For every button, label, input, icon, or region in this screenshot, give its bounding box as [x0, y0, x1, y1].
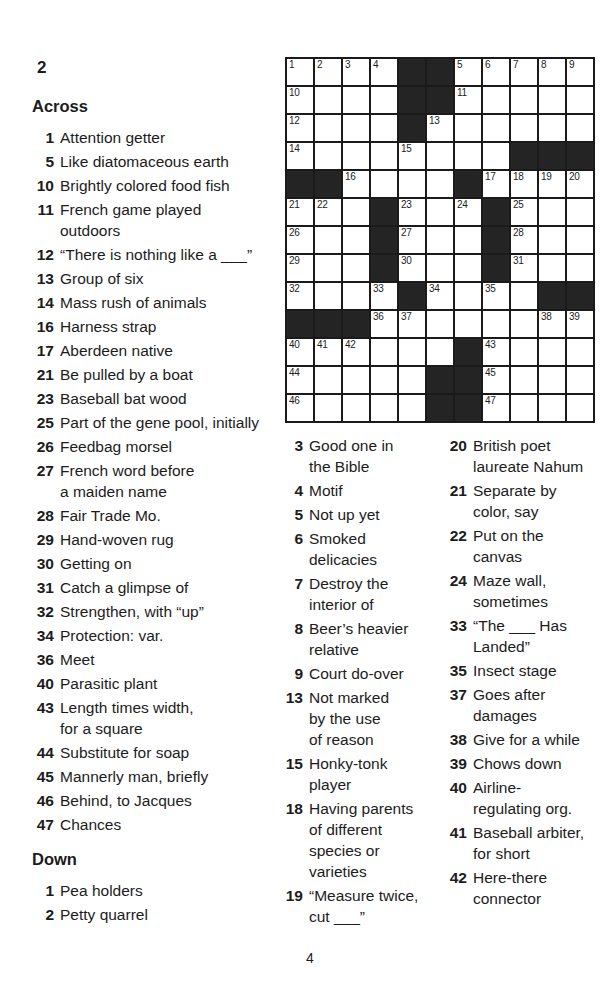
white-cell: [343, 255, 369, 281]
clue-across-11: 11French game played outdoors: [32, 199, 288, 241]
clue-number: 39: [445, 753, 467, 774]
white-cell: 22: [315, 199, 341, 225]
cell-number: 38: [541, 312, 552, 322]
clue-text: Beer’s heavier relative: [309, 618, 408, 660]
black-cell: [315, 171, 341, 197]
cell-number: 26: [289, 228, 300, 238]
clue-across-26: 26Feedbag morsel: [32, 436, 288, 457]
clue-across-10: 10Brightly colored food fish: [32, 175, 288, 196]
cell-number: 12: [289, 116, 300, 126]
white-cell: [483, 143, 509, 169]
white-cell: [483, 115, 509, 141]
cell-number: 34: [429, 284, 440, 294]
clue-number: 46: [32, 790, 54, 811]
clue-down-42: 42Here-there connector: [445, 867, 597, 909]
clue-number: 4: [281, 480, 303, 501]
black-cell: [343, 311, 369, 337]
white-cell: 24: [455, 199, 481, 225]
white-cell: [539, 395, 565, 421]
white-cell: [315, 395, 341, 421]
clue-number: 11: [32, 199, 54, 241]
cell-number: 45: [485, 368, 496, 378]
clue-across-32: 32Strengthen, with “up”: [32, 601, 288, 622]
clue-down-3: 3Good one in the Bible: [281, 435, 441, 477]
cell-number: 30: [401, 256, 412, 266]
clue-text: Here-there connector: [473, 867, 547, 909]
white-cell: 20: [567, 171, 593, 197]
clue-text: Like diatomaceous earth: [60, 151, 229, 172]
clue-number: 3: [281, 435, 303, 477]
crossword-page: 2 12345678910111213141516171819202122232…: [0, 0, 600, 985]
clue-down-21: 21Separate by color, say: [445, 480, 597, 522]
clue-down-38: 38Give for a while: [445, 729, 597, 750]
black-cell: [399, 59, 425, 85]
cell-number: 46: [289, 396, 300, 406]
white-cell: [567, 87, 593, 113]
white-cell: [427, 227, 453, 253]
clue-number: 19: [281, 885, 303, 927]
white-cell: [343, 227, 369, 253]
clue-across-16: 16Harness strap: [32, 316, 288, 337]
clue-across-1: 1Attention getter: [32, 127, 288, 148]
cell-number: 24: [457, 200, 468, 210]
clue-number: 20: [445, 435, 467, 477]
white-cell: [511, 87, 537, 113]
clue-down-37: 37Goes after damages: [445, 684, 597, 726]
cell-number: 35: [485, 284, 496, 294]
clue-text: “Measure twice, cut ___”: [309, 885, 418, 927]
clue-down-4: 4Motif: [281, 480, 441, 501]
cell-number: 7: [513, 60, 518, 70]
crossword-grid: 1234567891011121314151617181920212223242…: [285, 57, 595, 423]
clue-number: 8: [281, 618, 303, 660]
clue-number: 21: [445, 480, 467, 522]
white-cell: [315, 227, 341, 253]
clue-number: 13: [281, 687, 303, 750]
clue-text: Aberdeen native: [60, 340, 173, 361]
clue-number: 17: [32, 340, 54, 361]
white-cell: [427, 339, 453, 365]
white-cell: 8: [539, 59, 565, 85]
cell-number: 28: [513, 228, 524, 238]
white-cell: [483, 87, 509, 113]
clue-text: Baseball bat wood: [60, 388, 187, 409]
white-cell: 25: [511, 199, 537, 225]
black-cell: [511, 143, 537, 169]
clue-text: Give for a while: [473, 729, 580, 750]
white-cell: [511, 283, 537, 309]
clue-text: Good one in the Bible: [309, 435, 393, 477]
white-cell: [343, 115, 369, 141]
clue-number: 1: [32, 127, 54, 148]
cell-number: 39: [569, 312, 580, 322]
clue-number: 22: [445, 525, 467, 567]
white-cell: [371, 87, 397, 113]
white-cell: 32: [287, 283, 313, 309]
white-cell: 21: [287, 199, 313, 225]
clue-across-21: 21Be pulled by a boat: [32, 364, 288, 385]
across-clues-list: 1Attention getter5Like diatomaceous eart…: [32, 127, 288, 835]
white-cell: [315, 367, 341, 393]
white-cell: 18: [511, 171, 537, 197]
clue-number: 40: [445, 777, 467, 819]
clue-number: 2: [32, 904, 54, 925]
clue-across-17: 17Aberdeen native: [32, 340, 288, 361]
clue-number: 47: [32, 814, 54, 835]
clue-text: Parasitic plant: [60, 673, 157, 694]
cell-number: 5: [457, 60, 462, 70]
white-cell: [455, 143, 481, 169]
clue-number: 15: [281, 753, 303, 795]
white-cell: [511, 311, 537, 337]
clue-across-36: 36Meet: [32, 649, 288, 670]
white-cell: [343, 87, 369, 113]
cell-number: 43: [485, 340, 496, 350]
cell-number: 11: [457, 88, 467, 98]
white-cell: 10: [287, 87, 313, 113]
white-cell: [371, 395, 397, 421]
clues-column-middle: 3Good one in the Bible4Motif5Not up yet6…: [281, 435, 441, 930]
clue-text: Insect stage: [473, 660, 557, 681]
white-cell: [315, 115, 341, 141]
clue-number: 26: [32, 436, 54, 457]
cell-number: 29: [289, 256, 300, 266]
clue-text: Chows down: [473, 753, 562, 774]
white-cell: [427, 255, 453, 281]
clue-across-28: 28Fair Trade Mo.: [32, 505, 288, 526]
white-cell: [567, 367, 593, 393]
white-cell: [539, 255, 565, 281]
black-cell: [427, 395, 453, 421]
cell-number: 3: [345, 60, 350, 70]
clue-number: 29: [32, 529, 54, 550]
cell-number: 31: [513, 256, 524, 266]
clue-down-41: 41Baseball arbiter, for short: [445, 822, 597, 864]
white-cell: 14: [287, 143, 313, 169]
clue-text: Separate by color, say: [473, 480, 557, 522]
white-cell: [511, 115, 537, 141]
white-cell: 36: [371, 311, 397, 337]
white-cell: [511, 339, 537, 365]
cell-number: 19: [541, 172, 552, 182]
clue-text: Getting on: [60, 553, 132, 574]
white-cell: [343, 395, 369, 421]
clue-number: 31: [32, 577, 54, 598]
cell-number: 13: [429, 116, 440, 126]
clue-text: Motif: [309, 480, 343, 501]
white-cell: 30: [399, 255, 425, 281]
white-cell: [343, 283, 369, 309]
clue-number: 36: [32, 649, 54, 670]
clue-text: Court do-over: [309, 663, 404, 684]
clue-number: 41: [445, 822, 467, 864]
white-cell: 4: [371, 59, 397, 85]
white-cell: 1: [287, 59, 313, 85]
cell-number: 47: [485, 396, 496, 406]
clue-number: 42: [445, 867, 467, 909]
clue-across-25: 25Part of the gene pool, initially: [32, 412, 288, 433]
clue-text: Honky-tonk player: [309, 753, 387, 795]
white-cell: [567, 115, 593, 141]
white-cell: [315, 87, 341, 113]
down-header: Down: [32, 849, 288, 870]
clue-text: “There is nothing like a ___”: [60, 244, 252, 265]
black-cell: [483, 227, 509, 253]
white-cell: 16: [343, 171, 369, 197]
black-cell: [483, 255, 509, 281]
clue-number: 12: [32, 244, 54, 265]
clue-number: 5: [32, 151, 54, 172]
cell-number: 10: [289, 88, 300, 98]
cell-number: 14: [289, 144, 300, 154]
clue-text: French word before a maiden name: [60, 460, 194, 502]
clue-down-15: 15Honky-tonk player: [281, 753, 441, 795]
black-cell: [427, 59, 453, 85]
cell-number: 6: [485, 60, 490, 70]
white-cell: 34: [427, 283, 453, 309]
cell-number: 42: [345, 340, 356, 350]
clue-down-7: 7Destroy the interior of: [281, 573, 441, 615]
white-cell: [539, 115, 565, 141]
white-cell: [539, 339, 565, 365]
black-cell: [427, 87, 453, 113]
cell-number: 32: [289, 284, 300, 294]
white-cell: 38: [539, 311, 565, 337]
cell-number: 15: [401, 144, 412, 154]
white-cell: [567, 395, 593, 421]
clue-text: Having parents of different species or v…: [309, 798, 413, 882]
clue-number: 23: [32, 388, 54, 409]
white-cell: [455, 311, 481, 337]
white-cell: [399, 171, 425, 197]
clue-text: French game played outdoors: [60, 199, 201, 241]
clue-text: British poet laureate Nahum: [473, 435, 583, 477]
white-cell: 33: [371, 283, 397, 309]
white-cell: 40: [287, 339, 313, 365]
clue-number: 5: [281, 504, 303, 525]
clue-down-35: 35Insect stage: [445, 660, 597, 681]
white-cell: 15: [399, 143, 425, 169]
clue-text: Chances: [60, 814, 121, 835]
clue-text: Substitute for soap: [60, 742, 189, 763]
white-cell: [399, 395, 425, 421]
clue-number: 40: [32, 673, 54, 694]
cell-number: 2: [317, 60, 322, 70]
cell-number: 9: [569, 60, 574, 70]
white-cell: 17: [483, 171, 509, 197]
white-cell: 11: [455, 87, 481, 113]
cell-number: 41: [317, 340, 328, 350]
white-cell: [371, 115, 397, 141]
clue-across-5: 5Like diatomaceous earth: [32, 151, 288, 172]
clue-across-13: 13Group of six: [32, 268, 288, 289]
clue-number: 1: [32, 880, 54, 901]
white-cell: 41: [315, 339, 341, 365]
clue-number: 43: [32, 697, 54, 739]
white-cell: [371, 367, 397, 393]
cell-number: 18: [513, 172, 524, 182]
cell-number: 4: [373, 60, 378, 70]
white-cell: [483, 311, 509, 337]
white-cell: 2: [315, 59, 341, 85]
clue-text: Goes after damages: [473, 684, 545, 726]
white-cell: 7: [511, 59, 537, 85]
white-cell: 3: [343, 59, 369, 85]
cell-number: 36: [373, 312, 384, 322]
clue-number: 28: [32, 505, 54, 526]
white-cell: [539, 199, 565, 225]
clue-number: 27: [32, 460, 54, 502]
page-number-bottom: 4: [0, 950, 600, 966]
cell-number: 37: [401, 312, 412, 322]
clue-text: Not up yet: [309, 504, 380, 525]
clue-across-45: 45Mannerly man, briefly: [32, 766, 288, 787]
white-cell: [567, 339, 593, 365]
white-cell: 27: [399, 227, 425, 253]
across-header: Across: [32, 96, 288, 117]
clue-text: Catch a glimpse of: [60, 577, 188, 598]
white-cell: [371, 339, 397, 365]
white-cell: 37: [399, 311, 425, 337]
white-cell: 43: [483, 339, 509, 365]
white-cell: [371, 143, 397, 169]
clues-column-right: 20British poet laureate Nahum21Separate …: [445, 435, 597, 912]
clue-number: 44: [32, 742, 54, 763]
clue-number: 30: [32, 553, 54, 574]
white-cell: [539, 367, 565, 393]
white-cell: [427, 143, 453, 169]
clue-text: Brightly colored food fish: [60, 175, 230, 196]
clue-number: 34: [32, 625, 54, 646]
white-cell: 9: [567, 59, 593, 85]
white-cell: [427, 171, 453, 197]
white-cell: [427, 199, 453, 225]
clue-across-47: 47Chances: [32, 814, 288, 835]
clue-number: 7: [281, 573, 303, 615]
white-cell: 29: [287, 255, 313, 281]
clue-down-5: 5Not up yet: [281, 504, 441, 525]
clue-text: Length times width, for a square: [60, 697, 194, 739]
clue-number: 21: [32, 364, 54, 385]
clue-text: Baseball arbiter, for short: [473, 822, 584, 864]
black-cell: [455, 171, 481, 197]
white-cell: [455, 255, 481, 281]
clue-down-40: 40Airline- regulating org.: [445, 777, 597, 819]
white-cell: [399, 339, 425, 365]
black-cell: [287, 171, 313, 197]
clue-text: Be pulled by a boat: [60, 364, 193, 385]
clue-across-14: 14Mass rush of animals: [32, 292, 288, 313]
cell-number: 23: [401, 200, 412, 210]
clue-down-39: 39Chows down: [445, 753, 597, 774]
clue-number: 25: [32, 412, 54, 433]
white-cell: [567, 227, 593, 253]
clue-number: 10: [32, 175, 54, 196]
clue-text: Petty quarrel: [60, 904, 148, 925]
white-cell: [511, 395, 537, 421]
cell-number: 22: [317, 200, 328, 210]
clue-across-40: 40Parasitic plant: [32, 673, 288, 694]
clue-text: Fair Trade Mo.: [60, 505, 161, 526]
clue-down-6: 6Smoked delicacies: [281, 528, 441, 570]
clue-across-34: 34Protection: var.: [32, 625, 288, 646]
black-cell: [483, 199, 509, 225]
black-cell: [371, 199, 397, 225]
clue-number: 18: [281, 798, 303, 882]
white-cell: 19: [539, 171, 565, 197]
white-cell: 28: [511, 227, 537, 253]
white-cell: [343, 143, 369, 169]
clue-down-1: 1Pea holders: [32, 880, 288, 901]
black-cell: [455, 367, 481, 393]
cell-number: 1: [289, 60, 294, 70]
cell-number: 16: [345, 172, 356, 182]
clue-text: Mannerly man, briefly: [60, 766, 208, 787]
clue-across-46: 46Behind, to Jacques: [32, 790, 288, 811]
black-cell: [539, 143, 565, 169]
clue-text: Pea holders: [60, 880, 143, 901]
cell-number: 25: [513, 200, 524, 210]
clue-number: 38: [445, 729, 467, 750]
white-cell: [455, 115, 481, 141]
clue-across-44: 44Substitute for soap: [32, 742, 288, 763]
white-cell: [343, 367, 369, 393]
clue-number: 24: [445, 570, 467, 612]
black-cell: [287, 311, 313, 337]
clue-down-22: 22Put on the canvas: [445, 525, 597, 567]
clue-text: “The ___ Has Landed”: [473, 615, 567, 657]
cell-number: 27: [401, 228, 412, 238]
clue-text: Harness strap: [60, 316, 156, 337]
clue-across-12: 12“There is nothing like a ___”: [32, 244, 288, 265]
clue-across-27: 27French word before a maiden name: [32, 460, 288, 502]
white-cell: [427, 311, 453, 337]
clue-number: 6: [281, 528, 303, 570]
black-cell: [399, 283, 425, 309]
clue-text: Put on the canvas: [473, 525, 544, 567]
clue-number: 13: [32, 268, 54, 289]
white-cell: [539, 227, 565, 253]
white-cell: [315, 283, 341, 309]
down-clues-list-left: 1Pea holders2Petty quarrel: [32, 880, 288, 925]
clue-across-23: 23Baseball bat wood: [32, 388, 288, 409]
white-cell: 23: [399, 199, 425, 225]
cell-number: 40: [289, 340, 300, 350]
clue-text: Group of six: [60, 268, 144, 289]
white-cell: [315, 143, 341, 169]
black-cell: [567, 143, 593, 169]
cell-number: 44: [289, 368, 300, 378]
clue-across-43: 43Length times width, for a square: [32, 697, 288, 739]
white-cell: 44: [287, 367, 313, 393]
clue-number: 9: [281, 663, 303, 684]
white-cell: 42: [343, 339, 369, 365]
clue-text: Meet: [60, 649, 94, 670]
black-cell: [315, 311, 341, 337]
clue-text: Part of the gene pool, initially: [60, 412, 259, 433]
white-cell: [455, 283, 481, 309]
black-cell: [371, 255, 397, 281]
black-cell: [455, 395, 481, 421]
clue-number: 14: [32, 292, 54, 313]
black-cell: [427, 367, 453, 393]
clue-text: Feedbag morsel: [60, 436, 172, 457]
clue-down-8: 8Beer’s heavier relative: [281, 618, 441, 660]
clue-text: Maze wall, sometimes: [473, 570, 548, 612]
clue-down-9: 9Court do-over: [281, 663, 441, 684]
clue-down-13: 13Not marked by the use of reason: [281, 687, 441, 750]
white-cell: [399, 367, 425, 393]
